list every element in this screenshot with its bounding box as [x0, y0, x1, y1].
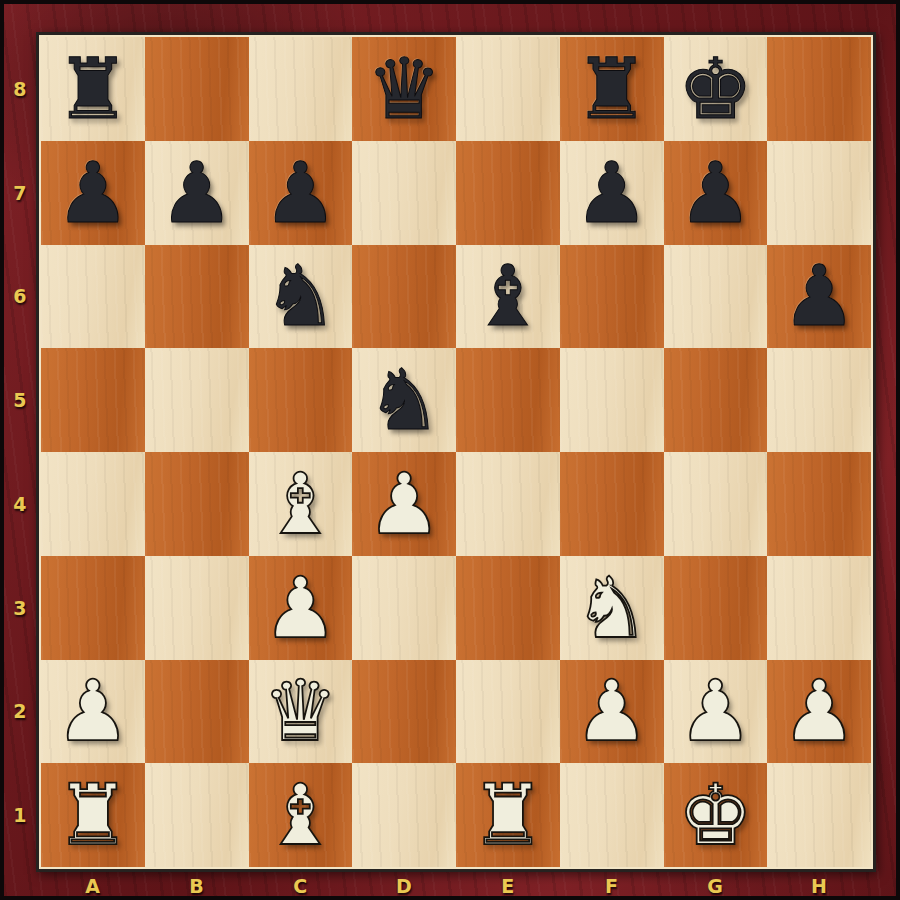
square-f8[interactable]: ♜ — [560, 37, 664, 141]
white-rook[interactable]: ♜ — [470, 773, 545, 857]
square-c3[interactable]: ♟ — [249, 556, 353, 660]
rank-label-5: 5 — [4, 348, 36, 452]
square-a6[interactable] — [41, 245, 145, 349]
file-label-d: D — [352, 872, 456, 900]
square-c8[interactable] — [249, 37, 353, 141]
rank-labels: 87654321 — [4, 37, 36, 867]
white-knight[interactable]: ♞ — [574, 566, 649, 650]
square-b6[interactable] — [145, 245, 249, 349]
rank-label-7: 7 — [4, 141, 36, 245]
file-label-f: F — [560, 872, 664, 900]
square-d1[interactable] — [352, 763, 456, 867]
black-pawn[interactable]: ♟ — [159, 151, 234, 235]
square-b5[interactable] — [145, 348, 249, 452]
file-label-g: G — [664, 872, 768, 900]
square-c2[interactable]: ♛ — [249, 660, 353, 764]
white-pawn[interactable]: ♟ — [678, 669, 753, 753]
square-c5[interactable] — [249, 348, 353, 452]
chessboard-frame: 87654321 ♜♛♜♚♟♟♟♟♟♞♝♟♞♝♟♟♞♟♛♟♟♟♜♝♜♚ ABCD… — [0, 0, 900, 900]
white-pawn[interactable]: ♟ — [366, 462, 441, 546]
square-g2[interactable]: ♟ — [664, 660, 768, 764]
square-b7[interactable]: ♟ — [145, 141, 249, 245]
square-d6[interactable] — [352, 245, 456, 349]
square-f1[interactable] — [560, 763, 664, 867]
square-b3[interactable] — [145, 556, 249, 660]
white-bishop[interactable]: ♝ — [263, 773, 338, 857]
square-g7[interactable]: ♟ — [664, 141, 768, 245]
square-h7[interactable] — [767, 141, 871, 245]
square-e6[interactable]: ♝ — [456, 245, 560, 349]
square-e5[interactable] — [456, 348, 560, 452]
square-f2[interactable]: ♟ — [560, 660, 664, 764]
square-g6[interactable] — [664, 245, 768, 349]
file-label-a: A — [41, 872, 145, 900]
black-pawn[interactable]: ♟ — [263, 151, 338, 235]
square-d3[interactable] — [352, 556, 456, 660]
square-g4[interactable] — [664, 452, 768, 556]
square-e8[interactable] — [456, 37, 560, 141]
black-rook[interactable]: ♜ — [574, 47, 649, 131]
square-a8[interactable]: ♜ — [41, 37, 145, 141]
white-pawn[interactable]: ♟ — [781, 669, 856, 753]
rank-label-1: 1 — [4, 763, 36, 867]
square-h4[interactable] — [767, 452, 871, 556]
white-queen[interactable]: ♛ — [263, 669, 338, 753]
square-a1[interactable]: ♜ — [41, 763, 145, 867]
black-pawn[interactable]: ♟ — [574, 151, 649, 235]
black-knight[interactable]: ♞ — [366, 358, 441, 442]
black-rook[interactable]: ♜ — [55, 47, 130, 131]
rank-label-3: 3 — [4, 556, 36, 660]
black-pawn[interactable]: ♟ — [55, 151, 130, 235]
file-label-c: C — [249, 872, 353, 900]
square-c6[interactable]: ♞ — [249, 245, 353, 349]
square-g3[interactable] — [664, 556, 768, 660]
square-f3[interactable]: ♞ — [560, 556, 664, 660]
square-d8[interactable]: ♛ — [352, 37, 456, 141]
black-pawn[interactable]: ♟ — [678, 151, 753, 235]
square-f4[interactable] — [560, 452, 664, 556]
chess-board: ♜♛♜♚♟♟♟♟♟♞♝♟♞♝♟♟♞♟♛♟♟♟♜♝♜♚ — [36, 32, 876, 872]
white-pawn[interactable]: ♟ — [263, 566, 338, 650]
file-label-e: E — [456, 872, 560, 900]
square-d2[interactable] — [352, 660, 456, 764]
rank-label-4: 4 — [4, 452, 36, 556]
square-d7[interactable] — [352, 141, 456, 245]
square-e2[interactable] — [456, 660, 560, 764]
black-king[interactable]: ♚ — [678, 47, 753, 131]
square-d4[interactable]: ♟ — [352, 452, 456, 556]
white-pawn[interactable]: ♟ — [574, 669, 649, 753]
square-h1[interactable] — [767, 763, 871, 867]
square-a3[interactable] — [41, 556, 145, 660]
square-b2[interactable] — [145, 660, 249, 764]
square-e7[interactable] — [456, 141, 560, 245]
square-h5[interactable] — [767, 348, 871, 452]
black-queen[interactable]: ♛ — [366, 47, 441, 131]
square-a7[interactable]: ♟ — [41, 141, 145, 245]
board-grid: ♜♛♜♚♟♟♟♟♟♞♝♟♞♝♟♟♞♟♛♟♟♟♜♝♜♚ — [41, 37, 871, 867]
square-h2[interactable]: ♟ — [767, 660, 871, 764]
black-pawn[interactable]: ♟ — [781, 254, 856, 338]
file-label-h: H — [767, 872, 871, 900]
square-f5[interactable] — [560, 348, 664, 452]
square-g1[interactable]: ♚ — [664, 763, 768, 867]
square-g8[interactable]: ♚ — [664, 37, 768, 141]
square-b4[interactable] — [145, 452, 249, 556]
square-h3[interactable] — [767, 556, 871, 660]
square-e1[interactable]: ♜ — [456, 763, 560, 867]
square-h8[interactable] — [767, 37, 871, 141]
rank-label-6: 6 — [4, 245, 36, 349]
square-c1[interactable]: ♝ — [249, 763, 353, 867]
square-a5[interactable] — [41, 348, 145, 452]
white-king[interactable]: ♚ — [678, 773, 753, 857]
square-b1[interactable] — [145, 763, 249, 867]
white-rook[interactable]: ♜ — [55, 773, 130, 857]
square-h6[interactable]: ♟ — [767, 245, 871, 349]
square-e3[interactable] — [456, 556, 560, 660]
square-d5[interactable]: ♞ — [352, 348, 456, 452]
white-pawn[interactable]: ♟ — [55, 669, 130, 753]
square-c4[interactable]: ♝ — [249, 452, 353, 556]
square-f7[interactable]: ♟ — [560, 141, 664, 245]
square-a2[interactable]: ♟ — [41, 660, 145, 764]
square-a4[interactable] — [41, 452, 145, 556]
file-label-b: B — [145, 872, 249, 900]
file-labels: ABCDEFGH — [41, 872, 871, 900]
white-bishop[interactable]: ♝ — [263, 462, 338, 546]
rank-label-8: 8 — [4, 37, 36, 141]
square-f6[interactable] — [560, 245, 664, 349]
square-g5[interactable] — [664, 348, 768, 452]
square-e4[interactable] — [456, 452, 560, 556]
square-c7[interactable]: ♟ — [249, 141, 353, 245]
black-knight[interactable]: ♞ — [263, 254, 338, 338]
black-bishop[interactable]: ♝ — [470, 254, 545, 338]
square-b8[interactable] — [145, 37, 249, 141]
rank-label-2: 2 — [4, 660, 36, 764]
